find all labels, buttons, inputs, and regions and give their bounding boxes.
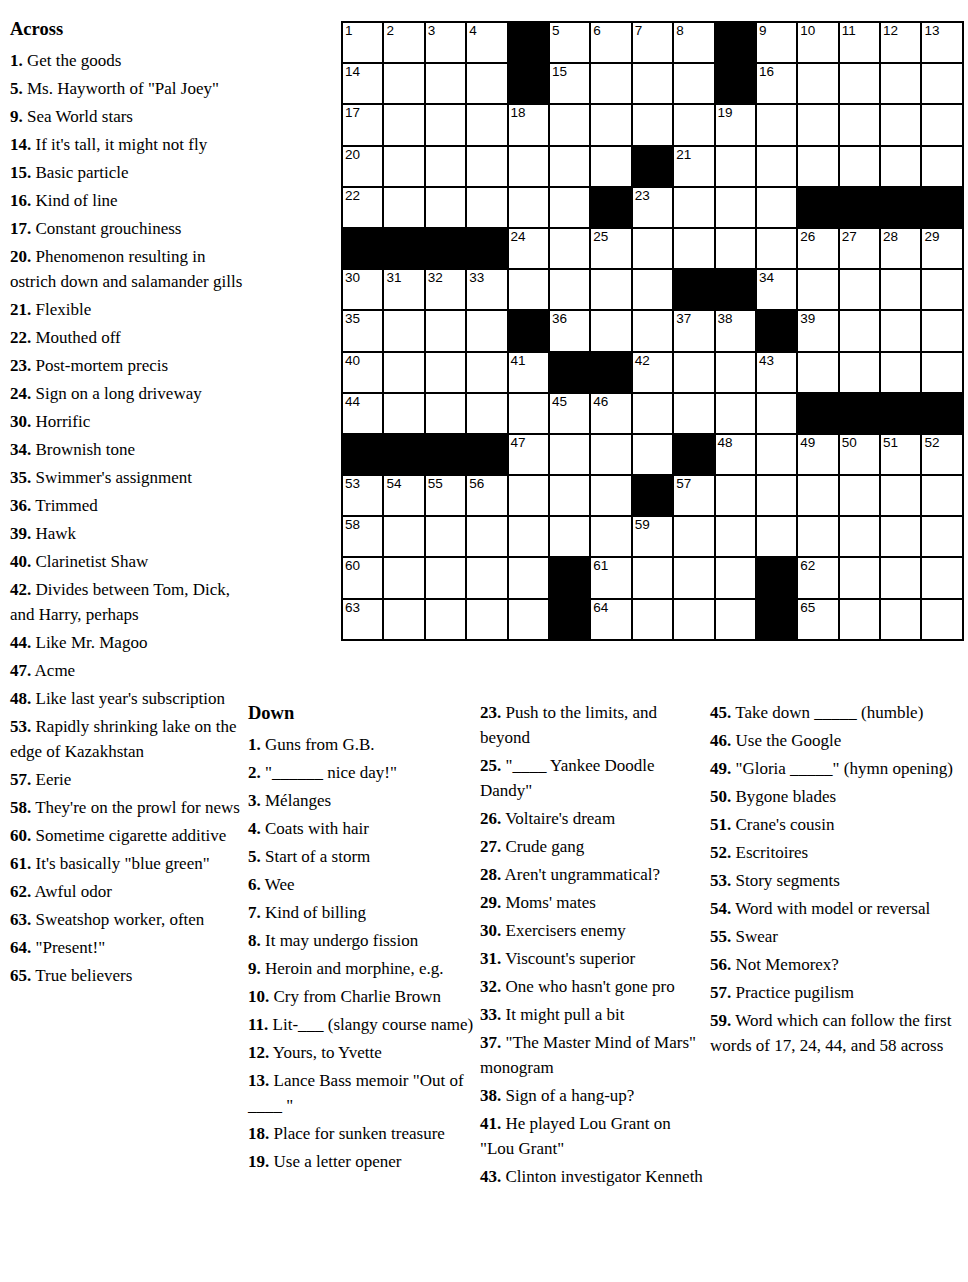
down-header: Down: [248, 700, 478, 726]
grid-cell-r6c15[interactable]: 29: [922, 229, 961, 268]
grid-cell-r3c10[interactable]: 19: [716, 105, 755, 144]
grid-cell-r3c9[interactable]: [674, 105, 713, 144]
grid-cell-r12c4[interactable]: 56: [467, 476, 506, 515]
cell-number-36: 36: [552, 311, 567, 326]
across-clue-65: 65. True believers: [10, 963, 245, 988]
across-clue-42: 42. Divides between Tom, Dick, and Harry…: [10, 577, 245, 627]
cell-number-15: 15: [552, 64, 567, 79]
cell-number-22: 22: [345, 188, 360, 203]
down-clue-12: 12. Yours, to Yvette: [248, 1040, 478, 1065]
grid-cell-r15c3[interactable]: [426, 600, 465, 639]
across-clue-44: 44. Like Mr. Magoo: [10, 630, 245, 655]
black-cell-r11c2: [384, 435, 423, 474]
grid-cell-r4c1[interactable]: 20: [343, 147, 382, 186]
grid-cell-r10c9[interactable]: [674, 394, 713, 433]
across-clue-63: 63. Sweatshop worker, often: [10, 907, 245, 932]
grid-cell-r1c1[interactable]: 1: [343, 23, 382, 62]
grid-cell-r3c1[interactable]: 17: [343, 105, 382, 144]
grid-cell-r8c6[interactable]: 36: [550, 311, 589, 350]
cell-number-26: 26: [800, 229, 815, 244]
down-clue-18: 18. Place for sunken treasure: [248, 1121, 478, 1146]
grid-cell-r5c11[interactable]: [757, 188, 796, 227]
black-cell-r14c6: [550, 558, 589, 597]
grid-cell-r8c4[interactable]: [467, 311, 506, 350]
grid-cell-r15c14[interactable]: [881, 600, 920, 639]
grid-cell-r4c7[interactable]: [591, 147, 630, 186]
grid-cell-r8c9[interactable]: 37: [674, 311, 713, 350]
grid-cell-r8c8[interactable]: [633, 311, 672, 350]
grid-cell-r12c1[interactable]: 53: [343, 476, 382, 515]
grid-cell-r14c10[interactable]: [716, 558, 755, 597]
grid-cell-r3c12[interactable]: [798, 105, 837, 144]
across-clue-14: 14. If it's tall, it might not fly: [10, 132, 245, 157]
grid-cell-r14c14[interactable]: [881, 558, 920, 597]
cell-number-14: 14: [345, 64, 360, 79]
grid-cell-r12c9[interactable]: 57: [674, 476, 713, 515]
grid-cell-r3c3[interactable]: [426, 105, 465, 144]
grid-cell-r7c7[interactable]: [591, 270, 630, 309]
grid-cell-r9c2[interactable]: [384, 353, 423, 392]
cell-number-43: 43: [759, 353, 774, 368]
grid-cell-r13c12[interactable]: [798, 517, 837, 556]
down-clue-list-2: 23. Push to the limits, and beyond25. "_…: [480, 700, 708, 1189]
cell-number-48: 48: [718, 435, 733, 450]
grid-cell-r7c1[interactable]: 30: [343, 270, 382, 309]
black-cell-r10c13: [840, 394, 879, 433]
grid-cell-r4c12[interactable]: [798, 147, 837, 186]
cell-number-20: 20: [345, 147, 360, 162]
grid-cell-r11c5[interactable]: 47: [509, 435, 548, 474]
grid-cell-r10c8[interactable]: [633, 394, 672, 433]
grid-cell-r12c15[interactable]: [922, 476, 961, 515]
across-clue-40: 40. Clarinetist Shaw: [10, 549, 245, 574]
black-cell-r6c3: [426, 229, 465, 268]
cell-number-57: 57: [676, 476, 691, 491]
grid-cell-r13c15[interactable]: [922, 517, 961, 556]
grid-cell-r5c5[interactable]: [509, 188, 548, 227]
grid-cell-r14c12[interactable]: 62: [798, 558, 837, 597]
black-cell-r2c10: [716, 64, 755, 103]
grid-cell-r3c2[interactable]: [384, 105, 423, 144]
grid-cell-r7c5[interactable]: [509, 270, 548, 309]
across-clue-9: 9. Sea World stars: [10, 104, 245, 129]
cell-number-58: 58: [345, 517, 360, 532]
grid-cell-r13c6[interactable]: [550, 517, 589, 556]
grid-cell-r5c1[interactable]: 22: [343, 188, 382, 227]
cell-number-4: 4: [469, 23, 477, 38]
down-clue-11: 11. Lit-___ (slangy course name): [248, 1012, 478, 1037]
grid-cell-r1c2[interactable]: 2: [384, 23, 423, 62]
grid-cell-r1c15[interactable]: 13: [922, 23, 961, 62]
across-clue-47: 47. Acme: [10, 658, 245, 683]
cell-number-53: 53: [345, 476, 360, 491]
grid-cell-r6c10[interactable]: [716, 229, 755, 268]
cell-number-52: 52: [924, 435, 939, 450]
grid-cell-r13c9[interactable]: [674, 517, 713, 556]
grid-cell-r8c10[interactable]: 38: [716, 311, 755, 350]
grid-cell-r10c6[interactable]: 45: [550, 394, 589, 433]
grid-cell-r10c2[interactable]: [384, 394, 423, 433]
down-clue-37: 37. "The Master Mind of Mars" monogram: [480, 1030, 708, 1080]
down-clue-28: 28. Aren't ungrammatical?: [480, 862, 708, 887]
grid-cell-r3c15[interactable]: [922, 105, 961, 144]
grid-cell-r3c11[interactable]: [757, 105, 796, 144]
grid-cell-r10c10[interactable]: [716, 394, 755, 433]
cell-number-23: 23: [635, 188, 650, 203]
down-clue-2: 2. "______ nice day!": [248, 760, 478, 785]
grid-cell-r5c8[interactable]: 23: [633, 188, 672, 227]
grid-cell-r1c9[interactable]: 8: [674, 23, 713, 62]
grid-cell-r3c14[interactable]: [881, 105, 920, 144]
down-clue-5: 5. Start of a storm: [248, 844, 478, 869]
grid-cell-r7c6[interactable]: [550, 270, 589, 309]
grid-cell-r12c2[interactable]: 54: [384, 476, 423, 515]
black-cell-r6c2: [384, 229, 423, 268]
down-clue-29: 29. Moms' mates: [480, 890, 708, 915]
grid-cell-r2c3[interactable]: [426, 64, 465, 103]
grid-cell-r14c4[interactable]: [467, 558, 506, 597]
cell-number-1: 1: [345, 23, 353, 38]
grid-cell-r4c10[interactable]: [716, 147, 755, 186]
grid-cell-r13c11[interactable]: [757, 517, 796, 556]
grid-cell-r6c13[interactable]: 27: [840, 229, 879, 268]
grid-cell-r14c2[interactable]: [384, 558, 423, 597]
grid-cell-r6c7[interactable]: 25: [591, 229, 630, 268]
grid-cell-r12c7[interactable]: [591, 476, 630, 515]
grid-cell-r9c9[interactable]: [674, 353, 713, 392]
down-clue-33: 33. It might pull a bit: [480, 1002, 708, 1027]
black-cell-r10c14: [881, 394, 920, 433]
grid-cell-r12c6[interactable]: [550, 476, 589, 515]
across-clue-36: 36. Trimmed: [10, 493, 245, 518]
across-clue-24: 24. Sign on a long driveway: [10, 381, 245, 406]
grid-cell-r2c14[interactable]: [881, 64, 920, 103]
black-cell-r12c8: [633, 476, 672, 515]
grid-cell-r6c14[interactable]: 28: [881, 229, 920, 268]
grid-cell-r7c4[interactable]: 33: [467, 270, 506, 309]
grid-cell-r12c10[interactable]: [716, 476, 755, 515]
grid-cell-r11c11[interactable]: [757, 435, 796, 474]
grid-cell-r4c9[interactable]: 21: [674, 147, 713, 186]
grid-cell-r11c12[interactable]: 49: [798, 435, 837, 474]
black-cell-r15c6: [550, 600, 589, 639]
grid-cell-r6c9[interactable]: [674, 229, 713, 268]
grid-cell-r13c3[interactable]: [426, 517, 465, 556]
grid-cell-r6c11[interactable]: [757, 229, 796, 268]
grid-cell-r15c12[interactable]: 65: [798, 600, 837, 639]
grid-cell-r2c4[interactable]: [467, 64, 506, 103]
grid-cell-r7c8[interactable]: [633, 270, 672, 309]
cell-number-65: 65: [800, 600, 815, 615]
grid-cell-r15c2[interactable]: [384, 600, 423, 639]
across-clue-53: 53. Rapidly shrinking lake on the edge o…: [10, 714, 245, 764]
cell-number-49: 49: [800, 435, 815, 450]
grid-cell-r13c14[interactable]: [881, 517, 920, 556]
cell-number-59: 59: [635, 517, 650, 532]
down-clue-list-1: 1. Guns from G.B.2. "______ nice day!"3.…: [248, 732, 478, 1174]
cell-number-62: 62: [800, 558, 815, 573]
down-clue-38: 38. Sign of a hang-up?: [480, 1083, 708, 1108]
grid-cell-r9c8[interactable]: 42: [633, 353, 672, 392]
grid-cell-r5c4[interactable]: [467, 188, 506, 227]
down-clue-49: 49. "Gloria _____" (hymn opening): [710, 756, 968, 781]
grid-cell-r1c3[interactable]: 3: [426, 23, 465, 62]
cell-number-27: 27: [842, 229, 857, 244]
grid-cell-r13c7[interactable]: [591, 517, 630, 556]
grid-cell-r7c13[interactable]: [840, 270, 879, 309]
grid-cell-r10c4[interactable]: [467, 394, 506, 433]
grid-cell-r15c13[interactable]: [840, 600, 879, 639]
down-clue-13: 13. Lance Bass memoir "Out of ____ ": [248, 1068, 478, 1118]
grid-cell-r10c11[interactable]: [757, 394, 796, 433]
across-clue-35: 35. Swimmer's assignment: [10, 465, 245, 490]
grid-cell-r9c5[interactable]: 41: [509, 353, 548, 392]
grid-cell-r9c4[interactable]: [467, 353, 506, 392]
grid-cell-r2c6[interactable]: 15: [550, 64, 589, 103]
grid-cell-r3c5[interactable]: 18: [509, 105, 548, 144]
across-clue-5: 5. Ms. Hayworth of "Pal Joey": [10, 76, 245, 101]
across-clue-61: 61. It's basically "blue green": [10, 851, 245, 876]
grid-cell-r13c13[interactable]: [840, 517, 879, 556]
cell-number-16: 16: [759, 64, 774, 79]
grid-cell-r2c9[interactable]: [674, 64, 713, 103]
cell-number-39: 39: [800, 311, 815, 326]
cell-number-6: 6: [593, 23, 601, 38]
crossword-grid-container: 1234567891011121314151617181920212223242…: [341, 21, 964, 641]
grid-cell-r4c4[interactable]: [467, 147, 506, 186]
grid-cell-r14c9[interactable]: [674, 558, 713, 597]
grid-cell-r1c12[interactable]: 10: [798, 23, 837, 62]
grid-cell-r13c8[interactable]: 59: [633, 517, 672, 556]
grid-cell-r2c8[interactable]: [633, 64, 672, 103]
grid-cell-r8c1[interactable]: 35: [343, 311, 382, 350]
black-cell-r1c5: [509, 23, 548, 62]
grid-cell-r3c8[interactable]: [633, 105, 672, 144]
grid-cell-r10c5[interactable]: [509, 394, 548, 433]
grid-cell-r9c13[interactable]: [840, 353, 879, 392]
grid-cell-r15c4[interactable]: [467, 600, 506, 639]
down-clue-55: 55. Swear: [710, 924, 968, 949]
grid-cell-r4c6[interactable]: [550, 147, 589, 186]
grid-cell-r9c1[interactable]: 40: [343, 353, 382, 392]
cell-number-29: 29: [924, 229, 939, 244]
grid-cell-r14c8[interactable]: [633, 558, 672, 597]
grid-cell-r7c14[interactable]: [881, 270, 920, 309]
grid-cell-r9c12[interactable]: [798, 353, 837, 392]
grid-cell-r12c3[interactable]: 55: [426, 476, 465, 515]
grid-cell-r4c3[interactable]: [426, 147, 465, 186]
cell-number-61: 61: [593, 558, 608, 573]
cell-number-54: 54: [386, 476, 401, 491]
grid-cell-r14c1[interactable]: 60: [343, 558, 382, 597]
down-clue-23: 23. Push to the limits, and beyond: [480, 700, 708, 750]
grid-cell-r8c15[interactable]: [922, 311, 961, 350]
grid-cell-r2c7[interactable]: [591, 64, 630, 103]
grid-cell-r5c9[interactable]: [674, 188, 713, 227]
grid-cell-r1c11[interactable]: 9: [757, 23, 796, 62]
across-clue-58: 58. They're on the prowl for news: [10, 795, 245, 820]
down-clue-8: 8. It may undergo fission: [248, 928, 478, 953]
down-clue-25: 25. "____ Yankee Doodle Dandy": [480, 753, 708, 803]
grid-cell-r15c5[interactable]: [509, 600, 548, 639]
black-cell-r5c12: [798, 188, 837, 227]
grid-cell-r15c15[interactable]: [922, 600, 961, 639]
grid-cell-r11c13[interactable]: 50: [840, 435, 879, 474]
grid-cell-r7c3[interactable]: 32: [426, 270, 465, 309]
grid-cell-r7c15[interactable]: [922, 270, 961, 309]
grid-cell-r10c3[interactable]: [426, 394, 465, 433]
grid-cell-r12c13[interactable]: [840, 476, 879, 515]
grid-cell-r4c13[interactable]: [840, 147, 879, 186]
cell-number-18: 18: [511, 105, 526, 120]
cell-number-38: 38: [718, 311, 733, 326]
grid-cell-r3c6[interactable]: [550, 105, 589, 144]
grid-cell-r15c1[interactable]: 63: [343, 600, 382, 639]
grid-cell-r4c11[interactable]: [757, 147, 796, 186]
grid-cell-r4c2[interactable]: [384, 147, 423, 186]
cell-number-24: 24: [511, 229, 526, 244]
grid-cell-r13c10[interactable]: [716, 517, 755, 556]
grid-cell-r8c14[interactable]: [881, 311, 920, 350]
grid-cell-r9c15[interactable]: [922, 353, 961, 392]
black-cell-r9c6: [550, 353, 589, 392]
grid-cell-r14c3[interactable]: [426, 558, 465, 597]
grid-cell-r4c5[interactable]: [509, 147, 548, 186]
grid-cell-r3c13[interactable]: [840, 105, 879, 144]
grid-cell-r14c7[interactable]: 61: [591, 558, 630, 597]
grid-cell-r7c11[interactable]: 34: [757, 270, 796, 309]
grid-cell-r3c7[interactable]: [591, 105, 630, 144]
grid-cell-r6c8[interactable]: [633, 229, 672, 268]
cell-number-31: 31: [386, 270, 401, 285]
grid-cell-r11c10[interactable]: 48: [716, 435, 755, 474]
across-clue-62: 62. Awful odor: [10, 879, 245, 904]
black-cell-r8c5: [509, 311, 548, 350]
grid-cell-r6c12[interactable]: 26: [798, 229, 837, 268]
grid-cell-r10c7[interactable]: 46: [591, 394, 630, 433]
grid-cell-r8c13[interactable]: [840, 311, 879, 350]
grid-cell-r13c2[interactable]: [384, 517, 423, 556]
grid-cell-r13c1[interactable]: 58: [343, 517, 382, 556]
grid-cell-r8c2[interactable]: [384, 311, 423, 350]
black-cell-r11c3: [426, 435, 465, 474]
grid-cell-r11c15[interactable]: 52: [922, 435, 961, 474]
down-clue-4: 4. Coats with hair: [248, 816, 478, 841]
grid-cell-r2c1[interactable]: 14: [343, 64, 382, 103]
grid-cell-r10c1[interactable]: 44: [343, 394, 382, 433]
black-cell-r10c12: [798, 394, 837, 433]
grid-cell-r1c14[interactable]: 12: [881, 23, 920, 62]
grid-cell-r12c5[interactable]: [509, 476, 548, 515]
grid-cell-r15c7[interactable]: 64: [591, 600, 630, 639]
cell-number-35: 35: [345, 311, 360, 326]
grid-cell-r9c11[interactable]: 43: [757, 353, 796, 392]
grid-cell-r2c12[interactable]: [798, 64, 837, 103]
grid-cell-r14c5[interactable]: [509, 558, 548, 597]
grid-cell-r12c11[interactable]: [757, 476, 796, 515]
down-clue-56: 56. Not Memorex?: [710, 952, 968, 977]
grid-cell-r9c14[interactable]: [881, 353, 920, 392]
black-cell-r11c1: [343, 435, 382, 474]
down-clue-50: 50. Bygone blades: [710, 784, 968, 809]
grid-cell-r6c5[interactable]: 24: [509, 229, 548, 268]
grid-cell-r11c8[interactable]: [633, 435, 672, 474]
grid-cell-r5c6[interactable]: [550, 188, 589, 227]
grid-cell-r2c13[interactable]: [840, 64, 879, 103]
grid-cell-r9c10[interactable]: [716, 353, 755, 392]
grid-cell-r11c7[interactable]: [591, 435, 630, 474]
grid-cell-r5c3[interactable]: [426, 188, 465, 227]
grid-cell-r4c14[interactable]: [881, 147, 920, 186]
grid-cell-r11c14[interactable]: 51: [881, 435, 920, 474]
across-clue-21: 21. Flexible: [10, 297, 245, 322]
grid-cell-r14c13[interactable]: [840, 558, 879, 597]
grid-cell-r8c3[interactable]: [426, 311, 465, 350]
black-cell-r8c11: [757, 311, 796, 350]
grid-cell-r4c15[interactable]: [922, 147, 961, 186]
cell-number-28: 28: [883, 229, 898, 244]
grid-cell-r12c12[interactable]: [798, 476, 837, 515]
grid-cell-r9c3[interactable]: [426, 353, 465, 392]
down-clues-panel-2: 23. Push to the limits, and beyond25. "_…: [480, 700, 708, 1192]
grid-cell-r7c12[interactable]: [798, 270, 837, 309]
grid-cell-r7c2[interactable]: 31: [384, 270, 423, 309]
cell-number-8: 8: [676, 23, 684, 38]
grid-cell-r6c6[interactable]: [550, 229, 589, 268]
grid-cell-r13c5[interactable]: [509, 517, 548, 556]
grid-cell-r1c13[interactable]: 11: [840, 23, 879, 62]
cell-number-47: 47: [511, 435, 526, 450]
grid-cell-r8c7[interactable]: [591, 311, 630, 350]
grid-cell-r1c6[interactable]: 5: [550, 23, 589, 62]
black-cell-r1c10: [716, 23, 755, 62]
across-header: Across: [10, 16, 245, 42]
cell-number-41: 41: [511, 353, 526, 368]
across-clue-39: 39. Hawk: [10, 521, 245, 546]
across-clue-30: 30. Horrific: [10, 409, 245, 434]
cell-number-30: 30: [345, 270, 360, 285]
down-clue-1: 1. Guns from G.B.: [248, 732, 478, 757]
cell-number-9: 9: [759, 23, 767, 38]
down-clue-45: 45. Take down _____ (humble): [710, 700, 968, 725]
grid-cell-r12c14[interactable]: [881, 476, 920, 515]
grid-cell-r2c11[interactable]: 16: [757, 64, 796, 103]
grid-cell-r11c6[interactable]: [550, 435, 589, 474]
cell-number-7: 7: [635, 23, 643, 38]
grid-cell-r14c15[interactable]: [922, 558, 961, 597]
cell-number-46: 46: [593, 394, 608, 409]
grid-cell-r5c10[interactable]: [716, 188, 755, 227]
grid-cell-r2c2[interactable]: [384, 64, 423, 103]
grid-cell-r2c15[interactable]: [922, 64, 961, 103]
cell-number-25: 25: [593, 229, 608, 244]
grid-cell-r15c9[interactable]: [674, 600, 713, 639]
grid-cell-r15c8[interactable]: [633, 600, 672, 639]
cell-number-42: 42: [635, 353, 650, 368]
grid-cell-r3c4[interactable]: [467, 105, 506, 144]
grid-cell-r1c4[interactable]: 4: [467, 23, 506, 62]
grid-cell-r1c7[interactable]: 6: [591, 23, 630, 62]
across-clue-22: 22. Mouthed off: [10, 325, 245, 350]
cell-number-17: 17: [345, 105, 360, 120]
grid-cell-r15c10[interactable]: [716, 600, 755, 639]
grid-cell-r13c4[interactable]: [467, 517, 506, 556]
across-clue-20: 20. Phenomenon resulting in ostrich down…: [10, 244, 245, 294]
grid-cell-r5c2[interactable]: [384, 188, 423, 227]
black-cell-r5c13: [840, 188, 879, 227]
grid-cell-r8c12[interactable]: 39: [798, 311, 837, 350]
grid-cell-r1c8[interactable]: 7: [633, 23, 672, 62]
